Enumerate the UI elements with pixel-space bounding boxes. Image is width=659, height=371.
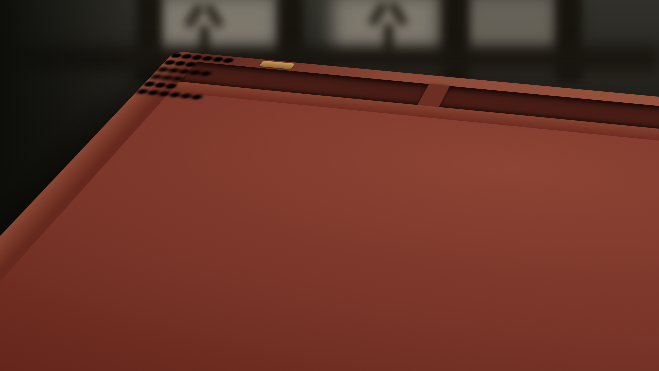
die-shadow bbox=[0, 0, 32, 9]
point-triangle bbox=[141, 87, 659, 178]
point-triangle bbox=[175, 51, 659, 132]
chair-y-splat bbox=[368, 2, 388, 27]
brown-checker: ● bbox=[172, 59, 189, 67]
point-triangle bbox=[134, 94, 659, 187]
brown-checker: ● bbox=[141, 79, 159, 87]
point-23 bbox=[141, 87, 659, 178]
point-triangle bbox=[168, 58, 659, 141]
chair-frame-bar bbox=[136, 0, 162, 82]
chair-y-splat bbox=[200, 26, 209, 56]
point-triangle bbox=[141, 87, 659, 178]
brown-checker: ● bbox=[163, 81, 181, 90]
chair-frame-bar bbox=[278, 0, 304, 82]
table-horizon bbox=[0, 46, 659, 72]
photo-stage: ●●●●●●●●●●●●●●●●● ●●●●●●●●● bbox=[0, 0, 659, 371]
point-11: ●●●●● bbox=[155, 65, 659, 159]
brown-checker: ● bbox=[197, 69, 214, 77]
white-checker: ● bbox=[148, 72, 165, 80]
point-triangle bbox=[168, 58, 659, 141]
chair-back-panel bbox=[332, 0, 440, 60]
point-20 bbox=[141, 87, 659, 178]
point-triangle bbox=[148, 79, 659, 168]
near-rail bbox=[134, 94, 659, 187]
point-3 bbox=[134, 94, 659, 187]
point-22 bbox=[141, 87, 659, 178]
room-shadow bbox=[0, 0, 150, 371]
chair-y-splat bbox=[384, 24, 393, 54]
point-triangle bbox=[148, 79, 659, 168]
tray-divider bbox=[417, 84, 449, 107]
point-triangle bbox=[141, 87, 659, 178]
white-checker: ● bbox=[145, 88, 163, 97]
point-24 bbox=[141, 87, 659, 178]
chair-frame-bar bbox=[556, 0, 582, 82]
white-checker: ● bbox=[221, 56, 237, 64]
point-triangle bbox=[175, 51, 659, 132]
dice-tray bbox=[160, 60, 659, 166]
point-triangle bbox=[134, 94, 659, 187]
point-triangle bbox=[168, 58, 659, 141]
point-5 bbox=[134, 94, 659, 187]
point-17 bbox=[168, 58, 659, 141]
point-triangle bbox=[141, 87, 659, 178]
white-checker: ● bbox=[189, 92, 207, 101]
white-checker: ● bbox=[170, 74, 187, 82]
point-triangle bbox=[162, 65, 659, 150]
die-shadow bbox=[0, 9, 48, 21]
far-rail bbox=[167, 51, 659, 142]
point-triangle bbox=[134, 94, 659, 187]
white-checker: ● bbox=[167, 90, 185, 99]
chair-back-panel bbox=[152, 0, 280, 60]
chair-back-panel bbox=[462, 0, 558, 60]
chair-frame-bar bbox=[443, 0, 469, 82]
point-triangle bbox=[155, 72, 659, 159]
point-16 bbox=[168, 58, 659, 141]
inner-rail bbox=[139, 79, 659, 180]
white-checker: ● bbox=[156, 89, 174, 98]
point-triangle bbox=[168, 58, 659, 141]
chair-y-splat bbox=[388, 2, 408, 27]
point-13 bbox=[175, 51, 659, 132]
left-rail bbox=[0, 51, 204, 371]
backgammon-case: ●●●●●●●●●●●●●●●●● ●●●●●●●●● bbox=[0, 51, 659, 371]
point-8 bbox=[148, 79, 659, 168]
chair-y-splat bbox=[184, 4, 204, 29]
white-checker: ● bbox=[210, 55, 226, 63]
point-15 bbox=[168, 58, 659, 141]
point-4 bbox=[134, 94, 659, 187]
room-background bbox=[0, 0, 659, 371]
point-9: ●●● bbox=[148, 72, 659, 168]
brown-checker: ● bbox=[187, 68, 204, 76]
white-checker: ● bbox=[168, 51, 185, 59]
white-checker: ● bbox=[134, 87, 152, 96]
brown-checker: ● bbox=[176, 67, 193, 75]
brown-checker: ● bbox=[155, 65, 172, 73]
point-7 bbox=[148, 79, 659, 168]
white-checker: ● bbox=[179, 52, 196, 60]
point-18: ●●● bbox=[162, 58, 659, 150]
brown-checker: ● bbox=[183, 60, 200, 68]
point-triangle bbox=[134, 94, 659, 187]
point-triangle bbox=[141, 87, 659, 178]
point-14: ●●●●●● bbox=[168, 51, 659, 141]
point-2 bbox=[134, 94, 659, 187]
brown-checker: ● bbox=[162, 58, 179, 66]
case-latch bbox=[259, 61, 295, 70]
white-checker: ● bbox=[178, 91, 196, 100]
left-table: ●●●●●●●●●●●●●●●●● bbox=[148, 51, 659, 168]
point-10 bbox=[155, 72, 659, 159]
point-triangle bbox=[134, 94, 659, 187]
point-triangle bbox=[162, 65, 659, 150]
point-12 bbox=[162, 65, 659, 150]
chair-y-splat bbox=[204, 4, 224, 29]
point-19: ●●● bbox=[141, 79, 659, 177]
brown-checker: ● bbox=[152, 80, 170, 89]
point-1 bbox=[134, 94, 659, 187]
point-triangle bbox=[141, 87, 659, 178]
point-21 bbox=[141, 87, 659, 178]
brown-checker: ● bbox=[166, 66, 183, 74]
point-triangle bbox=[148, 79, 659, 168]
center-bar bbox=[134, 94, 659, 187]
white-checker: ● bbox=[159, 73, 176, 81]
point-triangle bbox=[155, 72, 659, 159]
white-checker: ● bbox=[200, 54, 217, 62]
white-checker: ● bbox=[189, 53, 206, 61]
point-6: ●●●●●● bbox=[134, 87, 659, 187]
right-table: ●●●●●●●●● bbox=[134, 79, 659, 187]
